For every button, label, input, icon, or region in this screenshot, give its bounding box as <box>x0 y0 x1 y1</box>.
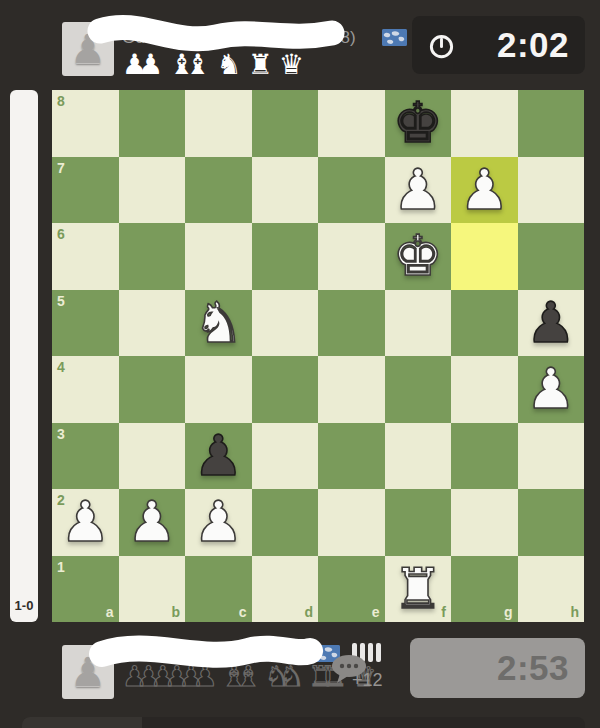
rank-label-5: 5 <box>57 293 65 309</box>
square-h6[interactable] <box>518 223 585 290</box>
square-c5[interactable]: ♞ <box>185 290 252 357</box>
square-a1[interactable]: 1a <box>52 556 119 623</box>
bottom-clock-time: 2:53 <box>497 648 569 688</box>
square-b1[interactable]: b <box>119 556 186 623</box>
square-b4[interactable] <box>119 356 186 423</box>
file-label-b: b <box>171 604 180 620</box>
square-a5[interactable]: 5 <box>52 290 119 357</box>
rank-label-8: 8 <box>57 93 65 109</box>
captured-pawn-x6: ♟♟♟♟♟♟ <box>122 660 207 693</box>
square-h4[interactable]: ♟ <box>518 356 585 423</box>
top-player-bar: ♟ Gues (638) ♟♟♝♝♞♜♛ 2:02 <box>0 0 600 90</box>
piece-white-rook-f1[interactable]: ♜ <box>385 556 452 623</box>
square-c2[interactable]: ♟ <box>185 489 252 556</box>
square-b6[interactable] <box>119 223 186 290</box>
square-e8[interactable] <box>318 90 385 157</box>
rank-label-4: 4 <box>57 359 65 375</box>
international-flag-icon <box>382 29 407 46</box>
file-label-d: d <box>304 604 313 620</box>
square-c3[interactable]: ♟ <box>185 423 252 490</box>
square-c6[interactable] <box>185 223 252 290</box>
avatar-pawn-icon: ♟ <box>70 29 106 69</box>
square-d2[interactable] <box>252 489 319 556</box>
captured-bishop-x2: ♝♝ <box>169 48 201 81</box>
piece-white-pawn-h4[interactable]: ♟ <box>518 356 585 423</box>
chess-board[interactable]: 8♚7♟♟6♚5♞♟4♟3♟2♟♟♟1abcdef♜gh <box>52 90 584 622</box>
square-e2[interactable] <box>318 489 385 556</box>
square-h5[interactable]: ♟ <box>518 290 585 357</box>
square-g3[interactable] <box>451 423 518 490</box>
square-g5[interactable] <box>451 290 518 357</box>
square-e7[interactable] <box>318 157 385 224</box>
piece-black-pawn-c3[interactable]: ♟ <box>185 423 252 490</box>
file-label-h: h <box>570 604 579 620</box>
file-label-g: g <box>504 604 513 620</box>
piece-white-king-f6[interactable]: ♚ <box>385 223 452 290</box>
evaluation-bar: 1-0 <box>10 90 38 622</box>
captured-bishop-x2: ♝♝ <box>222 660 250 693</box>
top-player-name: Gues <box>122 28 163 48</box>
square-f1[interactable]: f♜ <box>385 556 452 623</box>
square-d5[interactable] <box>252 290 319 357</box>
square-e3[interactable] <box>318 423 385 490</box>
square-d8[interactable] <box>252 90 319 157</box>
square-a6[interactable]: 6 <box>52 223 119 290</box>
square-f4[interactable] <box>385 356 452 423</box>
bottom-sheet-edge[interactable] <box>22 717 585 728</box>
square-b5[interactable] <box>119 290 186 357</box>
captured-rook-x1: ♜ <box>248 48 264 81</box>
square-a2[interactable]: 2♟ <box>52 489 119 556</box>
square-h3[interactable] <box>518 423 585 490</box>
square-c7[interactable] <box>185 157 252 224</box>
square-g1[interactable]: g <box>451 556 518 623</box>
top-player-clock: 2:02 <box>412 16 585 74</box>
captured-queen-x1: ♛ <box>279 48 295 81</box>
rank-label-3: 3 <box>57 426 65 442</box>
top-clock-time: 2:02 <box>497 25 569 65</box>
result-label: 1-0 <box>15 598 34 613</box>
chat-bubble-icon[interactable] <box>330 654 370 686</box>
square-f3[interactable] <box>385 423 452 490</box>
square-f6[interactable]: ♚ <box>385 223 452 290</box>
square-a7[interactable]: 7 <box>52 157 119 224</box>
square-b8[interactable] <box>119 90 186 157</box>
bottom-player-avatar[interactable]: ♟ <box>62 645 114 699</box>
square-g4[interactable] <box>451 356 518 423</box>
bottom-player-bar: ♟ Gue ♟♟♟♟♟♟♝♝♞♞♜♜♛ +12 2:53 <box>0 630 600 728</box>
file-label-e: e <box>372 604 380 620</box>
square-g7[interactable]: ♟ <box>451 157 518 224</box>
top-player-avatar[interactable]: ♟ <box>62 22 114 76</box>
piece-white-pawn-a2[interactable]: ♟ <box>52 489 119 556</box>
square-f7[interactable]: ♟ <box>385 157 452 224</box>
square-g8[interactable] <box>451 90 518 157</box>
rank-label-1: 1 <box>57 559 65 575</box>
square-d4[interactable] <box>252 356 319 423</box>
square-d6[interactable] <box>252 223 319 290</box>
square-h2[interactable] <box>518 489 585 556</box>
square-c4[interactable] <box>185 356 252 423</box>
captured-knight-x2: ♞♞ <box>265 660 293 693</box>
top-player-rating: (638) <box>316 28 356 48</box>
piece-black-pawn-h5[interactable]: ♟ <box>518 290 585 357</box>
square-f2[interactable] <box>385 489 452 556</box>
square-e6[interactable] <box>318 223 385 290</box>
piece-white-pawn-b2[interactable]: ♟ <box>119 489 186 556</box>
square-b2[interactable]: ♟ <box>119 489 186 556</box>
clock-icon <box>428 32 455 59</box>
captured-pawn-x2: ♟♟ <box>122 48 154 81</box>
piece-white-pawn-f7[interactable]: ♟ <box>385 157 452 224</box>
rank-label-7: 7 <box>57 160 65 176</box>
square-f8[interactable]: ♚ <box>385 90 452 157</box>
square-a8[interactable]: 8 <box>52 90 119 157</box>
square-b7[interactable] <box>119 157 186 224</box>
piece-white-knight-c5[interactable]: ♞ <box>185 290 252 357</box>
square-h8[interactable] <box>518 90 585 157</box>
square-c1[interactable]: c <box>185 556 252 623</box>
square-b3[interactable] <box>119 423 186 490</box>
bottom-player-clock: 2:53 <box>410 638 585 698</box>
captured-knight-x1: ♞ <box>216 48 232 81</box>
file-label-c: c <box>239 604 247 620</box>
square-a4[interactable]: 4 <box>52 356 119 423</box>
square-d7[interactable] <box>252 157 319 224</box>
square-d1[interactable]: d <box>252 556 319 623</box>
rank-label-6: 6 <box>57 226 65 242</box>
square-d3[interactable] <box>252 423 319 490</box>
square-g2[interactable] <box>451 489 518 556</box>
square-e1[interactable]: e <box>318 556 385 623</box>
top-captured-pieces: ♟♟♝♝♞♜♛ <box>122 48 310 81</box>
square-h1[interactable]: h <box>518 556 585 623</box>
file-label-a: a <box>106 604 114 620</box>
avatar-pawn-icon: ♟ <box>70 652 106 692</box>
piece-white-pawn-g7[interactable]: ♟ <box>451 157 518 224</box>
square-f5[interactable] <box>385 290 452 357</box>
piece-white-pawn-c2[interactable]: ♟ <box>185 489 252 556</box>
square-e4[interactable] <box>318 356 385 423</box>
square-h7[interactable] <box>518 157 585 224</box>
square-e5[interactable] <box>318 290 385 357</box>
bottom-player-name: Gue <box>122 642 155 662</box>
square-g6[interactable] <box>451 223 518 290</box>
square-a3[interactable]: 3 <box>52 423 119 490</box>
square-c8[interactable] <box>185 90 252 157</box>
piece-black-king-f8[interactable]: ♚ <box>385 90 452 157</box>
